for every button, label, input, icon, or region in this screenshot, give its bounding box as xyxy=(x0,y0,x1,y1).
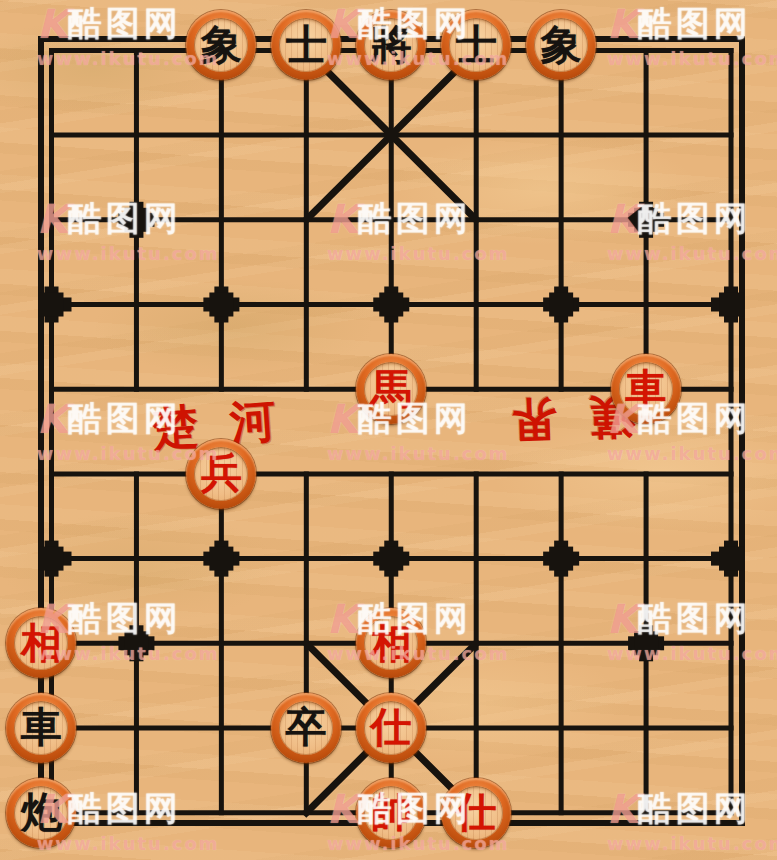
intersection-f4r8[interactable]: 仕 xyxy=(349,686,434,771)
intersection-f0r2[interactable] xyxy=(9,177,94,262)
intersection-f6r6[interactable] xyxy=(519,516,604,601)
intersection-f2r8[interactable] xyxy=(179,686,264,771)
intersection-f3r3[interactable] xyxy=(264,262,349,347)
intersection-f1r2[interactable] xyxy=(94,177,179,262)
intersection-f3r0[interactable]: 士 xyxy=(264,8,349,93)
intersection-f5r3[interactable] xyxy=(434,262,519,347)
intersection-f6r3[interactable] xyxy=(519,262,604,347)
intersection-f8r8[interactable] xyxy=(689,686,774,771)
intersection-f8r1[interactable] xyxy=(689,93,774,178)
intersection-f6r2[interactable] xyxy=(519,177,604,262)
intersection-f3r4[interactable] xyxy=(264,347,349,432)
intersection-f4r1[interactable] xyxy=(349,93,434,178)
intersection-f1r9[interactable] xyxy=(94,770,179,855)
intersection-f0r3[interactable] xyxy=(9,262,94,347)
red-elephant[interactable]: 相 xyxy=(6,608,76,678)
black-soldier-glyph: 卒 xyxy=(286,707,327,748)
intersection-f1r1[interactable] xyxy=(94,93,179,178)
intersection-f8r5[interactable] xyxy=(689,431,774,516)
red-elephant-glyph: 相 xyxy=(371,623,412,664)
red-general[interactable]: 帥 xyxy=(356,778,426,848)
intersection-f2r0[interactable]: 象 xyxy=(179,8,264,93)
intersection-f8r3[interactable] xyxy=(689,262,774,347)
intersection-f5r7[interactable] xyxy=(434,601,519,686)
red-chariot[interactable]: 車 xyxy=(611,354,681,424)
intersection-f0r5[interactable] xyxy=(9,431,94,516)
red-elephant[interactable]: 相 xyxy=(356,608,426,678)
intersection-f2r3[interactable] xyxy=(179,262,264,347)
intersection-f7r6[interactable] xyxy=(604,516,689,601)
red-advisor-glyph: 仕 xyxy=(456,792,497,833)
intersection-f5r6[interactable] xyxy=(434,516,519,601)
intersection-f2r1[interactable] xyxy=(179,93,264,178)
intersection-f3r2[interactable] xyxy=(264,177,349,262)
intersection-f8r6[interactable] xyxy=(689,516,774,601)
intersection-f7r1[interactable] xyxy=(604,93,689,178)
intersection-f8r9[interactable] xyxy=(689,770,774,855)
intersection-f6r5[interactable] xyxy=(519,431,604,516)
xiangqi-board: 楚河 漢界 象士將士象馬車兵相相車卒仕炮帥仕 K酷图网www.ikutu.com… xyxy=(0,0,777,860)
intersection-f8r2[interactable] xyxy=(689,177,774,262)
intersection-f3r8[interactable]: 卒 xyxy=(264,686,349,771)
intersection-f8r0[interactable] xyxy=(689,8,774,93)
intersection-f6r1[interactable] xyxy=(519,93,604,178)
black-advisor[interactable]: 士 xyxy=(441,10,511,80)
black-elephant-glyph: 象 xyxy=(201,25,242,66)
intersection-f2r4[interactable] xyxy=(179,347,264,432)
black-advisor[interactable]: 士 xyxy=(271,10,341,80)
intersection-f1r7[interactable] xyxy=(94,601,179,686)
black-general[interactable]: 將 xyxy=(356,10,426,80)
intersection-f1r3[interactable] xyxy=(94,262,179,347)
intersection-f7r4[interactable]: 車 xyxy=(604,347,689,432)
intersection-f0r6[interactable] xyxy=(9,516,94,601)
intersection-f7r2[interactable] xyxy=(604,177,689,262)
black-advisor-glyph: 士 xyxy=(456,25,497,66)
intersection-f3r9[interactable] xyxy=(264,770,349,855)
intersection-f7r7[interactable] xyxy=(604,601,689,686)
intersection-f8r4[interactable] xyxy=(689,347,774,432)
intersection-f5r8[interactable] xyxy=(434,686,519,771)
intersection-f6r7[interactable] xyxy=(519,601,604,686)
intersection-f6r0[interactable]: 象 xyxy=(519,8,604,93)
black-soldier[interactable]: 卒 xyxy=(271,693,341,763)
intersection-f2r5[interactable]: 兵 xyxy=(179,431,264,516)
red-advisor[interactable]: 仕 xyxy=(441,778,511,848)
intersection-f4r6[interactable] xyxy=(349,516,434,601)
intersection-f5r1[interactable] xyxy=(434,93,519,178)
intersection-f3r7[interactable] xyxy=(264,601,349,686)
intersection-f7r5[interactable] xyxy=(604,431,689,516)
red-advisor[interactable]: 仕 xyxy=(356,693,426,763)
intersection-f2r6[interactable] xyxy=(179,516,264,601)
red-general-glyph: 帥 xyxy=(371,792,412,833)
black-advisor-glyph: 士 xyxy=(286,25,327,66)
intersection-f5r5[interactable] xyxy=(434,431,519,516)
intersection-f1r4[interactable] xyxy=(94,347,179,432)
intersection-f8r7[interactable] xyxy=(689,601,774,686)
black-cannon-glyph: 炮 xyxy=(21,792,62,833)
intersection-f0r0[interactable] xyxy=(9,8,94,93)
intersection-f1r0[interactable] xyxy=(94,8,179,93)
red-soldier[interactable]: 兵 xyxy=(186,439,256,509)
board-intersections: 象士將士象馬車兵相相車卒仕炮帥仕 xyxy=(9,8,773,855)
intersection-f4r3[interactable] xyxy=(349,262,434,347)
intersection-f6r8[interactable] xyxy=(519,686,604,771)
intersection-f4r5[interactable] xyxy=(349,431,434,516)
intersection-f4r2[interactable] xyxy=(349,177,434,262)
red-chariot-glyph: 車 xyxy=(626,369,667,410)
intersection-f7r8[interactable] xyxy=(604,686,689,771)
black-general-glyph: 將 xyxy=(371,25,412,66)
intersection-f2r7[interactable] xyxy=(179,601,264,686)
red-soldier-glyph: 兵 xyxy=(201,453,242,494)
intersection-f7r9[interactable] xyxy=(604,770,689,855)
intersection-f4r0[interactable]: 將 xyxy=(349,8,434,93)
intersection-f0r9[interactable]: 炮 xyxy=(9,770,94,855)
intersection-f0r1[interactable] xyxy=(9,93,94,178)
intersection-f7r0[interactable] xyxy=(604,8,689,93)
black-chariot-glyph: 車 xyxy=(21,707,62,748)
red-advisor-glyph: 仕 xyxy=(371,707,412,748)
intersection-f2r2[interactable] xyxy=(179,177,264,262)
intersection-f2r9[interactable] xyxy=(179,770,264,855)
intersection-f0r4[interactable] xyxy=(9,347,94,432)
red-horse-glyph: 馬 xyxy=(371,369,412,410)
black-elephant-glyph: 象 xyxy=(541,25,582,66)
intersection-f7r3[interactable] xyxy=(604,262,689,347)
intersection-f5r4[interactable] xyxy=(434,347,519,432)
black-elephant[interactable]: 象 xyxy=(186,10,256,80)
intersection-f6r9[interactable] xyxy=(519,770,604,855)
intersection-f5r2[interactable] xyxy=(434,177,519,262)
intersection-f1r5[interactable] xyxy=(94,431,179,516)
intersection-f4r9[interactable]: 帥 xyxy=(349,770,434,855)
intersection-f6r4[interactable] xyxy=(519,347,604,432)
intersection-f3r6[interactable] xyxy=(264,516,349,601)
intersection-f4r7[interactable]: 相 xyxy=(349,601,434,686)
intersection-f1r8[interactable] xyxy=(94,686,179,771)
red-elephant-glyph: 相 xyxy=(21,623,62,664)
intersection-f4r4[interactable]: 馬 xyxy=(349,347,434,432)
red-horse[interactable]: 馬 xyxy=(356,354,426,424)
intersection-f5r0[interactable]: 士 xyxy=(434,8,519,93)
black-cannon[interactable]: 炮 xyxy=(6,778,76,848)
intersection-f1r6[interactable] xyxy=(94,516,179,601)
intersection-f3r1[interactable] xyxy=(264,93,349,178)
black-elephant[interactable]: 象 xyxy=(526,10,596,80)
intersection-f3r5[interactable] xyxy=(264,431,349,516)
intersection-f0r7[interactable]: 相 xyxy=(9,601,94,686)
intersection-f0r8[interactable]: 車 xyxy=(9,686,94,771)
black-chariot[interactable]: 車 xyxy=(6,693,76,763)
intersection-f5r9[interactable]: 仕 xyxy=(434,770,519,855)
